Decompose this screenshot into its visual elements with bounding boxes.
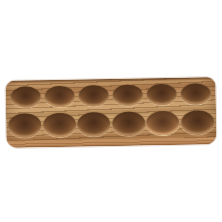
pit-r1c4[interactable]	[113, 84, 143, 106]
pit-r2c2[interactable]	[43, 113, 76, 138]
mancala-board	[5, 77, 216, 148]
pit-r2c6[interactable]	[181, 110, 214, 135]
pit-r2c5[interactable]	[146, 111, 179, 136]
pit-r1c3[interactable]	[79, 85, 109, 107]
pit-r2c4[interactable]	[112, 111, 145, 136]
pit-r2c1[interactable]	[8, 113, 41, 138]
pit-row-1	[6, 83, 216, 108]
pit-r1c1[interactable]	[11, 86, 41, 108]
pit-r1c6[interactable]	[181, 83, 211, 105]
pit-r2c3[interactable]	[77, 112, 110, 137]
product-photo-background	[0, 0, 222, 222]
pit-rows	[5, 77, 216, 141]
pit-r1c2[interactable]	[45, 86, 75, 108]
pit-r1c5[interactable]	[147, 84, 177, 106]
pit-row-2	[6, 110, 216, 138]
